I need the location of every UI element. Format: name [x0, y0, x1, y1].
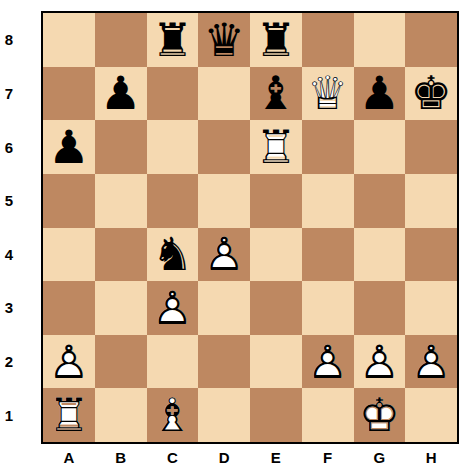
square-g8[interactable]	[354, 13, 406, 67]
square-b3[interactable]	[95, 281, 147, 335]
rank-label-5: 5	[0, 174, 18, 228]
chess-diagram: 87654321 ♜♛♜♟♝♛♕♟♚♟♜♖♞♟♙♟♙♟♙♟♙♟♙♟♙♜♖♝♗♚♔…	[0, 0, 467, 473]
square-h2[interactable]: ♟♙	[405, 335, 457, 389]
piece-black-queen[interactable]: ♛	[198, 13, 250, 67]
board: ♜♛♜♟♝♛♕♟♚♟♜♖♞♟♙♟♙♟♙♟♙♟♙♟♙♜♖♝♗♚♔	[41, 11, 459, 444]
piece-outline: ♕	[302, 67, 354, 121]
piece-black-pawn[interactable]: ♟	[95, 67, 147, 121]
piece-black-knight[interactable]: ♞	[147, 228, 199, 282]
piece-white-bishop[interactable]: ♝♗	[147, 388, 199, 442]
rank-label-2: 2	[0, 335, 18, 389]
file-labels: ABCDEFGH	[43, 446, 457, 468]
piece-black-king[interactable]: ♚	[405, 67, 457, 121]
piece-outline: ♖	[250, 120, 302, 174]
square-g4[interactable]	[354, 228, 406, 282]
square-d4[interactable]: ♟♙	[198, 228, 250, 282]
square-c4[interactable]: ♞	[147, 228, 199, 282]
piece-outline: ♗	[147, 388, 199, 442]
square-c2[interactable]	[147, 335, 199, 389]
piece-outline: ♙	[147, 281, 199, 335]
square-a2[interactable]: ♟♙	[43, 335, 95, 389]
square-h8[interactable]	[405, 13, 457, 67]
square-a4[interactable]	[43, 228, 95, 282]
square-d5[interactable]	[198, 174, 250, 228]
file-label-f: F	[302, 446, 354, 468]
square-g5[interactable]	[354, 174, 406, 228]
square-h4[interactable]	[405, 228, 457, 282]
piece-white-pawn[interactable]: ♟♙	[43, 335, 95, 389]
square-a1[interactable]: ♜♖	[43, 388, 95, 442]
square-c8[interactable]: ♜	[147, 13, 199, 67]
square-f3[interactable]	[302, 281, 354, 335]
square-h1[interactable]	[405, 388, 457, 442]
square-e2[interactable]	[250, 335, 302, 389]
piece-outline: ♔	[354, 388, 406, 442]
piece-white-rook[interactable]: ♜♖	[43, 388, 95, 442]
piece-white-queen[interactable]: ♛♕	[302, 67, 354, 121]
square-c1[interactable]: ♝♗	[147, 388, 199, 442]
square-b1[interactable]	[95, 388, 147, 442]
square-f2[interactable]: ♟♙	[302, 335, 354, 389]
piece-black-pawn[interactable]: ♟	[354, 67, 406, 121]
piece-white-pawn[interactable]: ♟♙	[354, 335, 406, 389]
piece-white-pawn[interactable]: ♟♙	[405, 335, 457, 389]
rank-label-4: 4	[0, 228, 18, 282]
square-f7[interactable]: ♛♕	[302, 67, 354, 121]
square-g3[interactable]	[354, 281, 406, 335]
piece-black-bishop[interactable]: ♝	[250, 67, 302, 121]
square-d7[interactable]	[198, 67, 250, 121]
square-b5[interactable]	[95, 174, 147, 228]
square-b8[interactable]	[95, 13, 147, 67]
square-d6[interactable]	[198, 120, 250, 174]
square-a5[interactable]	[43, 174, 95, 228]
piece-black-pawn[interactable]: ♟	[43, 120, 95, 174]
square-c6[interactable]	[147, 120, 199, 174]
rank-labels: 87654321	[0, 13, 18, 442]
square-a7[interactable]	[43, 67, 95, 121]
piece-white-pawn[interactable]: ♟♙	[147, 281, 199, 335]
piece-outline: ♙	[43, 335, 95, 389]
square-e7[interactable]: ♝	[250, 67, 302, 121]
file-label-e: E	[250, 446, 302, 468]
square-g2[interactable]: ♟♙	[354, 335, 406, 389]
square-b4[interactable]	[95, 228, 147, 282]
piece-outline: ♙	[198, 228, 250, 282]
square-e3[interactable]	[250, 281, 302, 335]
square-g1[interactable]: ♚♔	[354, 388, 406, 442]
square-f4[interactable]	[302, 228, 354, 282]
piece-white-rook[interactable]: ♜♖	[250, 120, 302, 174]
square-f5[interactable]	[302, 174, 354, 228]
piece-white-pawn[interactable]: ♟♙	[302, 335, 354, 389]
file-label-g: G	[354, 446, 406, 468]
file-label-d: D	[198, 446, 250, 468]
square-d3[interactable]	[198, 281, 250, 335]
piece-black-rook[interactable]: ♜	[250, 13, 302, 67]
square-d2[interactable]	[198, 335, 250, 389]
square-c3[interactable]: ♟♙	[147, 281, 199, 335]
square-g6[interactable]	[354, 120, 406, 174]
square-g7[interactable]: ♟	[354, 67, 406, 121]
square-e4[interactable]	[250, 228, 302, 282]
piece-black-rook[interactable]: ♜	[147, 13, 199, 67]
rank-label-1: 1	[0, 388, 18, 442]
square-h7[interactable]: ♚	[405, 67, 457, 121]
file-label-c: C	[147, 446, 199, 468]
piece-outline: ♙	[405, 335, 457, 389]
square-b2[interactable]	[95, 335, 147, 389]
file-label-a: A	[43, 446, 95, 468]
square-f8[interactable]	[302, 13, 354, 67]
square-h3[interactable]	[405, 281, 457, 335]
piece-white-king[interactable]: ♚♔	[354, 388, 406, 442]
square-a6[interactable]: ♟	[43, 120, 95, 174]
square-a3[interactable]	[43, 281, 95, 335]
square-b6[interactable]	[95, 120, 147, 174]
rank-label-3: 3	[0, 281, 18, 335]
square-e8[interactable]: ♜	[250, 13, 302, 67]
rank-label-6: 6	[0, 120, 18, 174]
square-e1[interactable]	[250, 388, 302, 442]
square-f1[interactable]	[302, 388, 354, 442]
piece-outline: ♖	[43, 388, 95, 442]
piece-outline: ♙	[354, 335, 406, 389]
rank-label-7: 7	[0, 67, 18, 121]
square-h5[interactable]	[405, 174, 457, 228]
square-e6[interactable]: ♜♖	[250, 120, 302, 174]
square-d1[interactable]	[198, 388, 250, 442]
square-a8[interactable]	[43, 13, 95, 67]
piece-white-pawn[interactable]: ♟♙	[198, 228, 250, 282]
rank-label-8: 8	[0, 13, 18, 67]
file-label-b: B	[95, 446, 147, 468]
square-e5[interactable]	[250, 174, 302, 228]
square-c5[interactable]	[147, 174, 199, 228]
file-label-h: H	[405, 446, 457, 468]
square-d8[interactable]: ♛	[198, 13, 250, 67]
square-h6[interactable]	[405, 120, 457, 174]
square-b7[interactable]: ♟	[95, 67, 147, 121]
square-c7[interactable]	[147, 67, 199, 121]
square-f6[interactable]	[302, 120, 354, 174]
piece-outline: ♙	[302, 335, 354, 389]
